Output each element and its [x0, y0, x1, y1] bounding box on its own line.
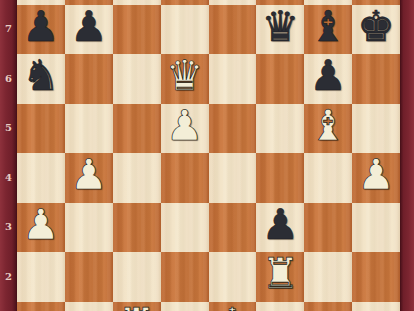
square-g2	[304, 252, 352, 302]
square-a4	[17, 153, 65, 203]
square-c4	[113, 153, 161, 203]
square-h7: ♚	[352, 5, 400, 55]
square-d7	[161, 5, 209, 55]
square-a2	[17, 252, 65, 302]
square-h5	[352, 104, 400, 154]
square-g3	[304, 203, 352, 253]
square-b5	[65, 104, 113, 154]
square-d6: ♛	[161, 54, 209, 104]
board-left-border	[0, 0, 17, 311]
square-h2	[352, 252, 400, 302]
white-rook-c1: ♜	[113, 302, 161, 311]
square-e3	[209, 203, 257, 253]
white-queen-d6: ♛	[161, 54, 209, 104]
square-g6: ♟	[304, 54, 352, 104]
square-a3: ♟	[17, 203, 65, 253]
black-pawn-b7: ♟	[65, 5, 113, 55]
square-e1: ♚	[209, 302, 257, 311]
square-b6	[65, 54, 113, 104]
square-e6	[209, 54, 257, 104]
black-pawn-g6: ♟	[304, 54, 352, 104]
square-e7	[209, 5, 257, 55]
square-a6: ♞	[17, 54, 65, 104]
rank-label-6: 6	[0, 74, 17, 84]
square-c7	[113, 5, 161, 55]
square-b1	[65, 302, 113, 311]
square-d3	[161, 203, 209, 253]
square-f6	[256, 54, 304, 104]
chess-board: ♟♟♛♝♚♞♛♟♟♝♟♟♟♟♜♜♚	[17, 0, 400, 311]
square-f2: ♜	[256, 252, 304, 302]
square-d2	[161, 252, 209, 302]
white-pawn-a3: ♟	[17, 203, 65, 253]
square-d4	[161, 153, 209, 203]
rank-label-7: 7	[0, 24, 17, 34]
square-a7: ♟	[17, 5, 65, 55]
rank-label-5: 5	[0, 123, 17, 133]
square-f1	[256, 302, 304, 311]
white-rook-f2: ♜	[256, 252, 304, 302]
black-knight-a6: ♞	[17, 54, 65, 104]
rank-label-2: 2	[0, 272, 17, 282]
square-e2	[209, 252, 257, 302]
square-d5: ♟	[161, 104, 209, 154]
rank-label-4: 4	[0, 173, 17, 183]
square-b3	[65, 203, 113, 253]
chess-diagram: ♟♟♛♝♚♞♛♟♟♝♟♟♟♟♜♜♚ 765432	[0, 0, 414, 311]
square-f4	[256, 153, 304, 203]
square-e5	[209, 104, 257, 154]
square-h3	[352, 203, 400, 253]
white-pawn-b4: ♟	[65, 153, 113, 203]
square-b2	[65, 252, 113, 302]
black-queen-f7: ♛	[256, 5, 304, 55]
black-bishop-g7: ♝	[304, 5, 352, 55]
black-pawn-f3: ♟	[256, 203, 304, 253]
square-a1	[17, 302, 65, 311]
square-g7: ♝	[304, 5, 352, 55]
square-h1	[352, 302, 400, 311]
square-e4	[209, 153, 257, 203]
square-f7: ♛	[256, 5, 304, 55]
square-h4: ♟	[352, 153, 400, 203]
square-h6	[352, 54, 400, 104]
square-c2	[113, 252, 161, 302]
square-a5	[17, 104, 65, 154]
square-g5: ♝	[304, 104, 352, 154]
white-king-e1: ♚	[209, 302, 257, 311]
square-c1: ♜	[113, 302, 161, 311]
square-f5	[256, 104, 304, 154]
square-f3: ♟	[256, 203, 304, 253]
square-g4	[304, 153, 352, 203]
square-d1	[161, 302, 209, 311]
square-g1	[304, 302, 352, 311]
white-bishop-g5: ♝	[304, 104, 352, 154]
white-pawn-d5: ♟	[161, 104, 209, 154]
black-king-h7: ♚	[352, 5, 400, 55]
black-pawn-a7: ♟	[17, 5, 65, 55]
white-pawn-h4: ♟	[352, 153, 400, 203]
square-c5	[113, 104, 161, 154]
square-c6	[113, 54, 161, 104]
square-b7: ♟	[65, 5, 113, 55]
square-b4: ♟	[65, 153, 113, 203]
rank-label-3: 3	[0, 222, 17, 232]
square-c3	[113, 203, 161, 253]
board-right-border	[400, 0, 414, 311]
